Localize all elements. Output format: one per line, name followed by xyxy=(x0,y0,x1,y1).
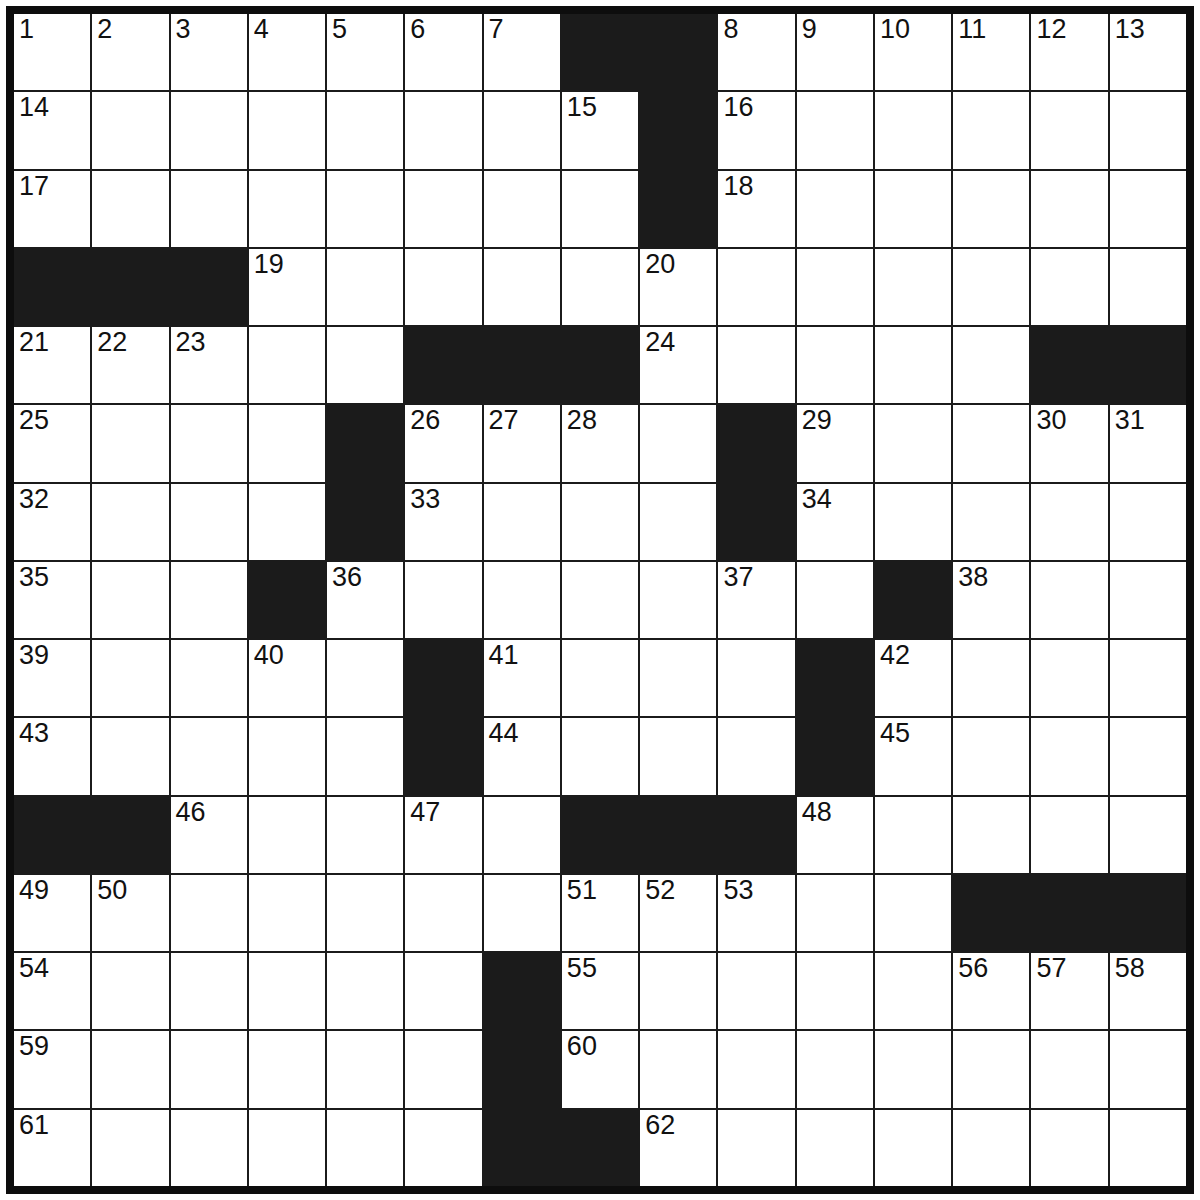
black-cell xyxy=(484,327,560,403)
white-cell[interactable]: 44 xyxy=(484,718,560,794)
clue-number: 10 xyxy=(880,14,910,45)
black-cell xyxy=(718,405,794,481)
white-cell[interactable] xyxy=(797,92,873,168)
white-cell[interactable] xyxy=(327,875,403,951)
white-cell[interactable] xyxy=(405,1031,481,1107)
white-cell[interactable] xyxy=(405,1110,481,1186)
white-cell[interactable] xyxy=(405,171,481,247)
white-cell[interactable] xyxy=(1110,562,1186,638)
white-cell[interactable] xyxy=(875,484,951,560)
black-cell xyxy=(405,640,481,716)
white-cell[interactable] xyxy=(1110,249,1186,325)
white-cell[interactable] xyxy=(171,405,247,481)
white-cell[interactable] xyxy=(327,797,403,873)
white-cell[interactable]: 9 xyxy=(797,14,873,90)
white-cell[interactable]: 59 xyxy=(14,1031,90,1107)
clue-number: 41 xyxy=(489,640,519,671)
white-cell[interactable] xyxy=(327,327,403,403)
white-cell[interactable] xyxy=(249,1031,325,1107)
black-cell xyxy=(92,797,168,873)
white-cell[interactable] xyxy=(92,640,168,716)
clue-number: 7 xyxy=(489,14,504,45)
white-cell[interactable] xyxy=(875,875,951,951)
white-cell[interactable] xyxy=(249,92,325,168)
white-cell[interactable]: 45 xyxy=(875,718,951,794)
white-cell[interactable] xyxy=(484,171,560,247)
clue-number: 40 xyxy=(254,640,284,671)
white-cell[interactable] xyxy=(1110,797,1186,873)
white-cell[interactable]: 23 xyxy=(171,327,247,403)
white-cell[interactable] xyxy=(953,718,1029,794)
black-cell xyxy=(875,562,951,638)
white-cell[interactable] xyxy=(327,249,403,325)
white-cell[interactable]: 19 xyxy=(249,249,325,325)
white-cell[interactable]: 53 xyxy=(718,875,794,951)
white-cell[interactable] xyxy=(1031,92,1107,168)
white-cell[interactable]: 1 xyxy=(14,14,90,90)
black-cell xyxy=(1031,875,1107,951)
white-cell[interactable]: 62 xyxy=(640,1110,716,1186)
black-cell xyxy=(171,249,247,325)
white-cell[interactable] xyxy=(1110,1031,1186,1107)
clue-number: 61 xyxy=(19,1110,49,1141)
black-cell xyxy=(562,1110,638,1186)
white-cell[interactable] xyxy=(327,171,403,247)
white-cell[interactable] xyxy=(875,953,951,1029)
white-cell[interactable] xyxy=(249,875,325,951)
white-cell[interactable] xyxy=(484,249,560,325)
black-cell xyxy=(1110,875,1186,951)
white-cell[interactable] xyxy=(797,875,873,951)
white-cell[interactable]: 52 xyxy=(640,875,716,951)
white-cell[interactable] xyxy=(875,249,951,325)
white-cell[interactable] xyxy=(484,562,560,638)
clue-number: 14 xyxy=(19,92,49,123)
white-cell[interactable]: 43 xyxy=(14,718,90,794)
clue-number: 52 xyxy=(645,875,675,906)
black-cell xyxy=(405,327,481,403)
white-cell[interactable] xyxy=(1031,1110,1107,1186)
white-cell[interactable] xyxy=(640,562,716,638)
white-cell[interactable]: 34 xyxy=(797,484,873,560)
clue-number: 15 xyxy=(567,92,597,123)
clue-number: 59 xyxy=(19,1031,49,1062)
clue-number: 30 xyxy=(1036,405,1066,436)
white-cell[interactable] xyxy=(1031,640,1107,716)
clue-number: 39 xyxy=(19,640,49,671)
white-cell[interactable]: 49 xyxy=(14,875,90,951)
white-cell[interactable]: 35 xyxy=(14,562,90,638)
white-cell[interactable] xyxy=(640,953,716,1029)
white-cell[interactable]: 17 xyxy=(14,171,90,247)
black-cell xyxy=(484,1031,560,1107)
black-cell xyxy=(718,797,794,873)
white-cell[interactable] xyxy=(405,562,481,638)
white-cell[interactable] xyxy=(718,1031,794,1107)
clue-number: 49 xyxy=(19,875,49,906)
white-cell[interactable] xyxy=(797,1031,873,1107)
white-cell[interactable] xyxy=(718,327,794,403)
white-cell[interactable]: 20 xyxy=(640,249,716,325)
black-cell xyxy=(484,1110,560,1186)
clue-number: 20 xyxy=(645,249,675,280)
white-cell[interactable] xyxy=(953,92,1029,168)
white-cell[interactable] xyxy=(92,1031,168,1107)
black-cell xyxy=(14,249,90,325)
white-cell[interactable]: 37 xyxy=(718,562,794,638)
white-cell[interactable]: 56 xyxy=(953,953,1029,1029)
white-cell[interactable] xyxy=(171,92,247,168)
white-cell[interactable]: 36 xyxy=(327,562,403,638)
white-cell[interactable]: 41 xyxy=(484,640,560,716)
white-cell[interactable]: 22 xyxy=(92,327,168,403)
white-cell[interactable]: 38 xyxy=(953,562,1029,638)
white-cell[interactable] xyxy=(797,171,873,247)
clue-number: 8 xyxy=(723,14,738,45)
white-cell[interactable]: 12 xyxy=(1031,14,1107,90)
white-cell[interactable] xyxy=(562,562,638,638)
white-cell[interactable] xyxy=(953,327,1029,403)
white-cell[interactable] xyxy=(1110,171,1186,247)
black-cell xyxy=(797,640,873,716)
white-cell[interactable]: 6 xyxy=(405,14,481,90)
white-cell[interactable]: 16 xyxy=(718,92,794,168)
white-cell[interactable]: 60 xyxy=(562,1031,638,1107)
white-cell[interactable] xyxy=(171,1110,247,1186)
white-cell[interactable]: 4 xyxy=(249,14,325,90)
white-cell[interactable] xyxy=(484,484,560,560)
white-cell[interactable]: 15 xyxy=(562,92,638,168)
black-cell xyxy=(953,875,1029,951)
black-cell xyxy=(562,797,638,873)
white-cell[interactable] xyxy=(953,1031,1029,1107)
clue-number: 18 xyxy=(723,171,753,202)
white-cell[interactable] xyxy=(718,953,794,1029)
white-cell[interactable]: 7 xyxy=(484,14,560,90)
clue-number: 9 xyxy=(802,14,817,45)
white-cell[interactable] xyxy=(640,718,716,794)
white-cell[interactable] xyxy=(327,1110,403,1186)
black-cell xyxy=(14,797,90,873)
clue-number: 25 xyxy=(19,405,49,436)
white-cell[interactable] xyxy=(797,327,873,403)
white-cell[interactable] xyxy=(92,484,168,560)
clue-number: 45 xyxy=(880,718,910,749)
clue-number: 19 xyxy=(254,249,284,280)
white-cell[interactable] xyxy=(1110,484,1186,560)
black-cell xyxy=(640,171,716,247)
white-cell[interactable] xyxy=(327,640,403,716)
white-cell[interactable] xyxy=(953,405,1029,481)
white-cell[interactable]: 5 xyxy=(327,14,403,90)
white-cell[interactable] xyxy=(249,484,325,560)
white-cell[interactable]: 8 xyxy=(718,14,794,90)
white-cell[interactable] xyxy=(875,405,951,481)
crossword-page: 1234567891011121314151617181920212223242… xyxy=(0,0,1200,1200)
clue-number: 2 xyxy=(97,14,112,45)
clue-number: 13 xyxy=(1115,14,1145,45)
white-cell[interactable] xyxy=(797,249,873,325)
clue-number: 28 xyxy=(567,405,597,436)
white-cell[interactable] xyxy=(1031,171,1107,247)
clue-number: 38 xyxy=(958,562,988,593)
clue-number: 58 xyxy=(1115,953,1145,984)
white-cell[interactable] xyxy=(249,797,325,873)
white-cell[interactable] xyxy=(249,953,325,1029)
white-cell[interactable] xyxy=(405,953,481,1029)
clue-number: 56 xyxy=(958,953,988,984)
white-cell[interactable] xyxy=(1110,718,1186,794)
white-cell[interactable] xyxy=(405,92,481,168)
white-cell[interactable] xyxy=(1031,484,1107,560)
white-cell[interactable] xyxy=(171,484,247,560)
white-cell[interactable]: 55 xyxy=(562,953,638,1029)
white-cell[interactable] xyxy=(249,1110,325,1186)
white-cell[interactable]: 25 xyxy=(14,405,90,481)
black-cell xyxy=(484,953,560,1029)
white-cell[interactable] xyxy=(875,1031,951,1107)
white-cell[interactable] xyxy=(1031,249,1107,325)
white-cell[interactable]: 42 xyxy=(875,640,951,716)
white-cell[interactable] xyxy=(562,718,638,794)
white-cell[interactable] xyxy=(171,718,247,794)
black-cell xyxy=(797,718,873,794)
white-cell[interactable]: 2 xyxy=(92,14,168,90)
clue-number: 60 xyxy=(567,1031,597,1062)
white-cell[interactable] xyxy=(640,640,716,716)
clue-number: 53 xyxy=(723,875,753,906)
white-cell[interactable] xyxy=(92,1110,168,1186)
clue-number: 42 xyxy=(880,640,910,671)
white-cell[interactable]: 30 xyxy=(1031,405,1107,481)
white-cell[interactable]: 48 xyxy=(797,797,873,873)
white-cell[interactable] xyxy=(718,249,794,325)
black-cell xyxy=(1031,327,1107,403)
clue-number: 17 xyxy=(19,171,49,202)
clue-number: 11 xyxy=(958,14,986,45)
white-cell[interactable]: 33 xyxy=(405,484,481,560)
black-cell xyxy=(1110,327,1186,403)
white-cell[interactable] xyxy=(1031,562,1107,638)
white-cell[interactable] xyxy=(405,249,481,325)
clue-number: 62 xyxy=(645,1110,675,1141)
white-cell[interactable] xyxy=(875,92,951,168)
white-cell[interactable] xyxy=(171,171,247,247)
clue-number: 31 xyxy=(1115,405,1145,436)
clue-number: 34 xyxy=(802,484,832,515)
white-cell[interactable]: 51 xyxy=(562,875,638,951)
white-cell[interactable] xyxy=(953,171,1029,247)
white-cell[interactable] xyxy=(953,797,1029,873)
black-cell xyxy=(327,484,403,560)
white-cell[interactable] xyxy=(327,953,403,1029)
white-cell[interactable] xyxy=(875,327,951,403)
white-cell[interactable] xyxy=(875,1110,951,1186)
white-cell[interactable] xyxy=(1031,1031,1107,1107)
white-cell[interactable] xyxy=(1031,797,1107,873)
white-cell[interactable]: 29 xyxy=(797,405,873,481)
white-cell[interactable] xyxy=(171,640,247,716)
white-cell[interactable] xyxy=(718,718,794,794)
white-cell[interactable]: 27 xyxy=(484,405,560,481)
clue-number: 36 xyxy=(332,562,362,593)
white-cell[interactable]: 14 xyxy=(14,92,90,168)
white-cell[interactable] xyxy=(405,875,481,951)
white-cell[interactable] xyxy=(953,1110,1029,1186)
white-cell[interactable] xyxy=(92,718,168,794)
black-cell xyxy=(718,484,794,560)
clue-number: 35 xyxy=(19,562,49,593)
white-cell[interactable]: 32 xyxy=(14,484,90,560)
clue-number: 47 xyxy=(410,797,440,828)
white-cell[interactable] xyxy=(171,562,247,638)
black-cell xyxy=(405,718,481,794)
clue-number: 54 xyxy=(19,953,49,984)
white-cell[interactable] xyxy=(797,562,873,638)
white-cell[interactable] xyxy=(327,92,403,168)
clue-number: 57 xyxy=(1036,953,1066,984)
white-cell[interactable] xyxy=(953,640,1029,716)
white-cell[interactable] xyxy=(484,92,560,168)
clue-number: 26 xyxy=(410,405,440,436)
white-cell[interactable] xyxy=(171,875,247,951)
clue-number: 37 xyxy=(723,562,753,593)
white-cell[interactable]: 3 xyxy=(171,14,247,90)
black-cell xyxy=(92,249,168,325)
white-cell[interactable] xyxy=(327,718,403,794)
white-cell[interactable]: 11 xyxy=(953,14,1029,90)
white-cell[interactable] xyxy=(484,797,560,873)
clue-number: 22 xyxy=(97,327,127,358)
clue-number: 6 xyxy=(410,14,425,45)
white-cell[interactable] xyxy=(562,249,638,325)
white-cell[interactable] xyxy=(640,1031,716,1107)
white-cell[interactable]: 47 xyxy=(405,797,481,873)
black-cell xyxy=(562,14,638,90)
white-cell[interactable]: 50 xyxy=(92,875,168,951)
clue-number: 51 xyxy=(567,875,597,906)
white-cell[interactable]: 13 xyxy=(1110,14,1186,90)
white-cell[interactable]: 10 xyxy=(875,14,951,90)
white-cell[interactable] xyxy=(953,249,1029,325)
white-cell[interactable]: 24 xyxy=(640,327,716,403)
clue-number: 3 xyxy=(176,14,191,45)
white-cell[interactable] xyxy=(562,171,638,247)
black-cell xyxy=(640,92,716,168)
white-cell[interactable] xyxy=(327,1031,403,1107)
white-cell[interactable]: 57 xyxy=(1031,953,1107,1029)
white-cell[interactable]: 39 xyxy=(14,640,90,716)
white-cell[interactable]: 54 xyxy=(14,953,90,1029)
black-cell xyxy=(249,562,325,638)
white-cell[interactable] xyxy=(1110,640,1186,716)
white-cell[interactable]: 58 xyxy=(1110,953,1186,1029)
crossword-board: 1234567891011121314151617181920212223242… xyxy=(6,6,1194,1194)
white-cell[interactable] xyxy=(562,640,638,716)
white-cell[interactable] xyxy=(92,562,168,638)
white-cell[interactable] xyxy=(797,1110,873,1186)
black-cell xyxy=(640,14,716,90)
white-cell[interactable]: 46 xyxy=(171,797,247,873)
clue-number: 44 xyxy=(489,718,519,749)
white-cell[interactable] xyxy=(640,405,716,481)
white-cell[interactable] xyxy=(484,875,560,951)
clue-number: 21 xyxy=(19,327,49,358)
clue-number: 55 xyxy=(567,953,597,984)
clue-number: 24 xyxy=(645,327,675,358)
white-cell[interactable] xyxy=(640,484,716,560)
white-cell[interactable] xyxy=(92,92,168,168)
clue-number: 23 xyxy=(176,327,206,358)
white-cell[interactable] xyxy=(797,953,873,1029)
clue-number: 27 xyxy=(489,405,519,436)
black-cell xyxy=(327,405,403,481)
white-cell[interactable]: 28 xyxy=(562,405,638,481)
white-cell[interactable]: 18 xyxy=(718,171,794,247)
clue-number: 12 xyxy=(1036,14,1066,45)
white-cell[interactable] xyxy=(92,405,168,481)
white-cell[interactable] xyxy=(1110,1110,1186,1186)
white-cell[interactable] xyxy=(249,327,325,403)
white-cell[interactable] xyxy=(875,171,951,247)
white-cell[interactable] xyxy=(249,171,325,247)
clue-number: 1 xyxy=(19,14,34,45)
white-cell[interactable] xyxy=(171,953,247,1029)
black-cell xyxy=(562,327,638,403)
clue-number: 33 xyxy=(410,484,440,515)
white-cell[interactable] xyxy=(249,405,325,481)
white-cell[interactable] xyxy=(92,953,168,1029)
clue-number: 48 xyxy=(802,797,832,828)
white-cell[interactable] xyxy=(562,484,638,560)
white-cell[interactable] xyxy=(249,718,325,794)
clue-number: 4 xyxy=(254,14,269,45)
white-cell[interactable]: 61 xyxy=(14,1110,90,1186)
white-cell[interactable]: 40 xyxy=(249,640,325,716)
white-cell[interactable] xyxy=(1110,92,1186,168)
white-cell[interactable] xyxy=(171,1031,247,1107)
clue-number: 32 xyxy=(19,484,49,515)
clue-number: 50 xyxy=(97,875,127,906)
clue-number: 29 xyxy=(802,405,832,436)
clue-number: 16 xyxy=(723,92,753,123)
white-cell[interactable] xyxy=(953,484,1029,560)
white-cell[interactable]: 21 xyxy=(14,327,90,403)
clue-number: 46 xyxy=(176,797,206,828)
white-cell[interactable] xyxy=(1031,718,1107,794)
white-cell[interactable] xyxy=(875,797,951,873)
white-cell[interactable] xyxy=(718,1110,794,1186)
black-cell xyxy=(640,797,716,873)
clue-number: 43 xyxy=(19,718,49,749)
white-cell[interactable]: 26 xyxy=(405,405,481,481)
clue-number: 5 xyxy=(332,14,347,45)
white-cell[interactable] xyxy=(92,171,168,247)
white-cell[interactable]: 31 xyxy=(1110,405,1186,481)
white-cell[interactable] xyxy=(718,640,794,716)
